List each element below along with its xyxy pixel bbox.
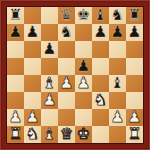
square-e1[interactable]: ♚ (75, 126, 92, 143)
square-a5[interactable] (7, 58, 24, 75)
square-c8[interactable] (41, 7, 58, 24)
white-pawn-piece: ♟ (7, 109, 24, 126)
chess-board-frame: ♜♛♚♝♞♜♟♟♞♟♟♟♟♟♝♟♟♝♟♞♟♟♟♟♜♞♝♛♚♜ (0, 0, 150, 150)
square-b6[interactable] (24, 41, 41, 58)
square-e5[interactable]: ♟ (75, 58, 92, 75)
square-h8[interactable]: ♜ (126, 7, 143, 24)
black-knight-piece: ♞ (58, 24, 75, 41)
square-a4[interactable] (7, 75, 24, 92)
square-d2[interactable] (58, 109, 75, 126)
white-pawn-piece: ♟ (58, 75, 75, 92)
chess-board: ♜♛♚♝♞♜♟♟♞♟♟♟♟♟♝♟♟♝♟♞♟♟♟♟♜♞♝♛♚♜ (7, 7, 143, 143)
square-e3[interactable] (75, 92, 92, 109)
square-e2[interactable] (75, 109, 92, 126)
square-d8[interactable]: ♛ (58, 7, 75, 24)
white-knight-piece: ♞ (92, 92, 109, 109)
square-b4[interactable] (24, 75, 41, 92)
square-h1[interactable]: ♜ (126, 126, 143, 143)
square-a2[interactable]: ♟ (7, 109, 24, 126)
white-rook-piece: ♜ (7, 126, 24, 143)
square-e6[interactable] (75, 41, 92, 58)
square-b8[interactable] (24, 7, 41, 24)
square-f2[interactable] (92, 109, 109, 126)
square-d7[interactable]: ♞ (58, 24, 75, 41)
square-b1[interactable]: ♞ (24, 126, 41, 143)
black-queen-piece: ♛ (58, 7, 75, 24)
square-a8[interactable]: ♜ (7, 7, 24, 24)
square-g5[interactable] (109, 58, 126, 75)
white-queen-piece: ♛ (58, 126, 75, 143)
square-g7[interactable]: ♟ (109, 24, 126, 41)
square-f6[interactable] (92, 41, 109, 58)
square-d5[interactable] (58, 58, 75, 75)
square-e8[interactable]: ♚ (75, 7, 92, 24)
white-pawn-piece: ♟ (41, 92, 58, 109)
square-g1[interactable] (109, 126, 126, 143)
square-c7[interactable] (41, 24, 58, 41)
square-e4[interactable]: ♟ (75, 75, 92, 92)
square-g6[interactable] (109, 41, 126, 58)
black-king-piece: ♚ (75, 7, 92, 24)
square-d4[interactable]: ♟ (58, 75, 75, 92)
black-knight-piece: ♞ (109, 7, 126, 24)
white-bishop-piece: ♝ (41, 126, 58, 143)
square-h3[interactable] (126, 92, 143, 109)
white-rook-piece: ♜ (126, 126, 143, 143)
square-b5[interactable] (24, 58, 41, 75)
square-h2[interactable]: ♟ (126, 109, 143, 126)
square-c4[interactable]: ♝ (41, 75, 58, 92)
white-pawn-piece: ♟ (75, 75, 92, 92)
white-bishop-piece: ♝ (41, 75, 58, 92)
square-c1[interactable]: ♝ (41, 126, 58, 143)
black-rook-piece: ♜ (7, 7, 24, 24)
black-pawn-piece: ♟ (41, 41, 58, 58)
black-bishop-piece: ♝ (92, 7, 109, 24)
black-pawn-piece: ♟ (7, 24, 24, 41)
square-c3[interactable]: ♟ (41, 92, 58, 109)
black-bishop-piece: ♝ (109, 75, 126, 92)
square-a7[interactable]: ♟ (7, 24, 24, 41)
square-c2[interactable] (41, 109, 58, 126)
square-g3[interactable] (109, 92, 126, 109)
square-f1[interactable] (92, 126, 109, 143)
white-knight-piece: ♞ (24, 126, 41, 143)
square-b2[interactable]: ♟ (24, 109, 41, 126)
square-f4[interactable] (92, 75, 109, 92)
square-f3[interactable]: ♞ (92, 92, 109, 109)
white-pawn-piece: ♟ (126, 109, 143, 126)
black-rook-piece: ♜ (126, 7, 143, 24)
square-f7[interactable]: ♟ (92, 24, 109, 41)
white-pawn-piece: ♟ (24, 109, 41, 126)
square-f5[interactable] (92, 58, 109, 75)
black-pawn-piece: ♟ (24, 24, 41, 41)
square-a3[interactable] (7, 92, 24, 109)
black-pawn-piece: ♟ (109, 24, 126, 41)
square-h4[interactable] (126, 75, 143, 92)
square-h5[interactable] (126, 58, 143, 75)
square-d6[interactable] (58, 41, 75, 58)
square-f8[interactable]: ♝ (92, 7, 109, 24)
square-d3[interactable] (58, 92, 75, 109)
square-d1[interactable]: ♛ (58, 126, 75, 143)
square-c6[interactable]: ♟ (41, 41, 58, 58)
square-h6[interactable] (126, 41, 143, 58)
square-e7[interactable] (75, 24, 92, 41)
white-king-piece: ♚ (75, 126, 92, 143)
square-b7[interactable]: ♟ (24, 24, 41, 41)
square-g2[interactable]: ♟ (109, 109, 126, 126)
square-b3[interactable] (24, 92, 41, 109)
square-a1[interactable]: ♜ (7, 126, 24, 143)
square-g4[interactable]: ♝ (109, 75, 126, 92)
square-h7[interactable]: ♟ (126, 24, 143, 41)
black-pawn-piece: ♟ (92, 24, 109, 41)
black-pawn-piece: ♟ (75, 58, 92, 75)
white-pawn-piece: ♟ (109, 109, 126, 126)
square-c5[interactable] (41, 58, 58, 75)
square-a6[interactable] (7, 41, 24, 58)
black-pawn-piece: ♟ (126, 24, 143, 41)
square-g8[interactable]: ♞ (109, 7, 126, 24)
